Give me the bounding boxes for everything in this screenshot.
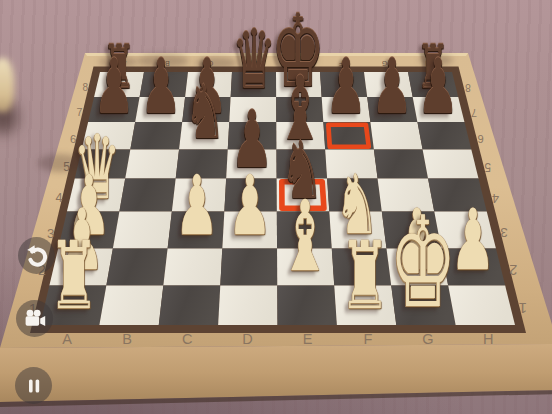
square-a6[interactable] <box>82 122 136 150</box>
square-a8[interactable] <box>94 72 144 97</box>
square-h1[interactable] <box>448 286 515 326</box>
square-g4[interactable] <box>378 179 435 212</box>
svg-text:3: 3 <box>47 226 54 241</box>
svg-text:D: D <box>242 331 252 347</box>
square-f3[interactable] <box>329 212 386 249</box>
square-g8[interactable] <box>364 72 413 97</box>
square-d6[interactable] <box>228 122 277 150</box>
svg-text:F: F <box>363 331 372 347</box>
square-d5[interactable] <box>226 150 276 179</box>
square-c1[interactable] <box>159 286 221 326</box>
square-a2[interactable] <box>49 249 113 286</box>
square-a3[interactable] <box>58 212 119 249</box>
square-c3[interactable] <box>168 212 225 249</box>
svg-text:1: 1 <box>519 300 527 317</box>
movie-camera-icon <box>21 305 48 332</box>
chess-app-screen: 8877665544332211AABBCCDDEEFFGGHH ♜♛♚♜♟♟♟… <box>0 0 552 414</box>
svg-text:8: 8 <box>83 82 89 93</box>
svg-text:6: 6 <box>477 133 483 145</box>
svg-text:C: C <box>182 331 192 347</box>
svg-text:6: 6 <box>70 133 76 145</box>
square-d3[interactable] <box>222 212 277 249</box>
pause-icon <box>21 373 47 399</box>
square-d7[interactable] <box>229 97 276 122</box>
square-g2[interactable] <box>386 249 448 286</box>
square-c4[interactable] <box>172 179 226 212</box>
square-d8[interactable] <box>231 72 277 97</box>
square-e2[interactable] <box>277 249 334 286</box>
square-e3[interactable] <box>277 212 332 249</box>
square-a5[interactable] <box>75 150 131 179</box>
square-e6[interactable] <box>276 122 325 150</box>
square-a7[interactable] <box>88 97 139 122</box>
undo-arrow-icon <box>24 243 50 269</box>
svg-text:F: F <box>339 60 343 67</box>
chess-board[interactable]: 8877665544332211AABBCCDDEEFFGGHH <box>0 0 552 414</box>
square-b7[interactable] <box>135 97 185 122</box>
square-b5[interactable] <box>125 150 179 179</box>
square-h4[interactable] <box>428 179 487 212</box>
svg-text:7: 7 <box>76 106 82 118</box>
svg-text:G: G <box>382 60 387 67</box>
svg-text:7: 7 <box>471 107 477 119</box>
square-c6[interactable] <box>179 122 229 150</box>
square-g7[interactable] <box>367 97 417 122</box>
square-e7[interactable] <box>276 97 323 122</box>
square-g1[interactable] <box>391 286 455 326</box>
square-h7[interactable] <box>413 97 465 122</box>
svg-text:5: 5 <box>484 160 491 174</box>
square-g6[interactable] <box>370 122 422 150</box>
square-b1[interactable] <box>99 286 163 326</box>
square-g5[interactable] <box>374 150 428 179</box>
square-h5[interactable] <box>423 150 479 179</box>
square-f4[interactable] <box>327 179 382 212</box>
square-b8[interactable] <box>140 72 188 97</box>
svg-text:G: G <box>422 331 433 347</box>
square-h6[interactable] <box>417 122 471 150</box>
square-f2[interactable] <box>332 249 391 286</box>
square-b4[interactable] <box>119 179 175 212</box>
square-e5[interactable] <box>276 150 327 179</box>
square-g3[interactable] <box>382 212 441 249</box>
square-b3[interactable] <box>113 212 172 249</box>
svg-text:B: B <box>122 331 132 347</box>
undo-button[interactable] <box>18 237 55 274</box>
svg-text:4: 4 <box>492 191 499 205</box>
square-d2[interactable] <box>220 249 277 286</box>
square-a4[interactable] <box>67 179 125 212</box>
square-h2[interactable] <box>441 249 505 286</box>
square-d4[interactable] <box>224 179 276 212</box>
square-c2[interactable] <box>163 249 222 286</box>
svg-text:2: 2 <box>509 262 517 278</box>
svg-text:E: E <box>303 331 313 347</box>
square-f7[interactable] <box>322 97 371 122</box>
square-h3[interactable] <box>434 212 496 249</box>
svg-text:8: 8 <box>465 82 471 93</box>
square-b2[interactable] <box>106 249 167 286</box>
square-d1[interactable] <box>218 286 277 326</box>
svg-text:H: H <box>483 331 493 347</box>
square-e8[interactable] <box>276 72 322 97</box>
svg-text:4: 4 <box>56 191 63 205</box>
pause-button[interactable] <box>15 367 52 404</box>
svg-text:A: A <box>62 331 72 347</box>
square-c5[interactable] <box>176 150 228 179</box>
svg-text:3: 3 <box>500 225 507 240</box>
square-h8[interactable] <box>408 72 458 97</box>
svg-text:D: D <box>252 60 257 67</box>
square-f1[interactable] <box>334 286 396 326</box>
square-f5[interactable] <box>325 150 377 179</box>
square-f8[interactable] <box>320 72 367 97</box>
square-c8[interactable] <box>185 72 232 97</box>
board-squares[interactable] <box>40 72 515 325</box>
square-c7[interactable] <box>182 97 230 122</box>
camera-button[interactable] <box>16 300 53 337</box>
square-b6[interactable] <box>130 122 182 150</box>
square-e1[interactable] <box>277 286 337 326</box>
